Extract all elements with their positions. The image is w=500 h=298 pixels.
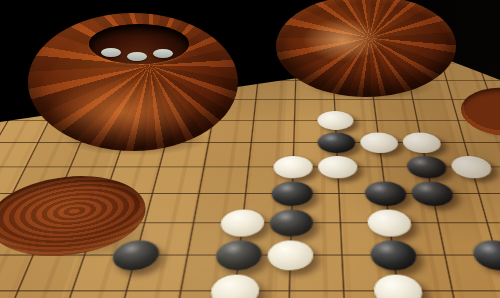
white-stone bbox=[373, 275, 425, 298]
white-stone bbox=[267, 240, 313, 270]
black-stone bbox=[214, 240, 263, 270]
black-stone bbox=[410, 182, 456, 206]
black-stone bbox=[364, 182, 408, 206]
black-stone bbox=[271, 182, 313, 206]
black-stone bbox=[109, 240, 162, 270]
bowl-white-stone bbox=[101, 48, 121, 57]
left-stone-bowl bbox=[28, 13, 238, 151]
white-stone bbox=[209, 275, 260, 298]
left-bowl-opening bbox=[89, 24, 189, 64]
white-stone bbox=[449, 156, 495, 178]
go-scene bbox=[0, 0, 500, 298]
bowl-white-stone bbox=[153, 49, 173, 58]
black-stone bbox=[405, 156, 449, 178]
white-stone bbox=[273, 156, 313, 178]
white-stone bbox=[318, 156, 358, 178]
black-stone bbox=[369, 240, 418, 270]
white-stone bbox=[317, 111, 354, 130]
white-stone bbox=[367, 210, 413, 237]
bowl-white-stone bbox=[127, 52, 147, 61]
black-stone bbox=[318, 133, 356, 153]
white-stone bbox=[401, 133, 443, 153]
white-stone bbox=[359, 133, 399, 153]
black-stone bbox=[269, 210, 313, 237]
white-stone bbox=[219, 210, 265, 237]
black-stone bbox=[470, 240, 500, 270]
